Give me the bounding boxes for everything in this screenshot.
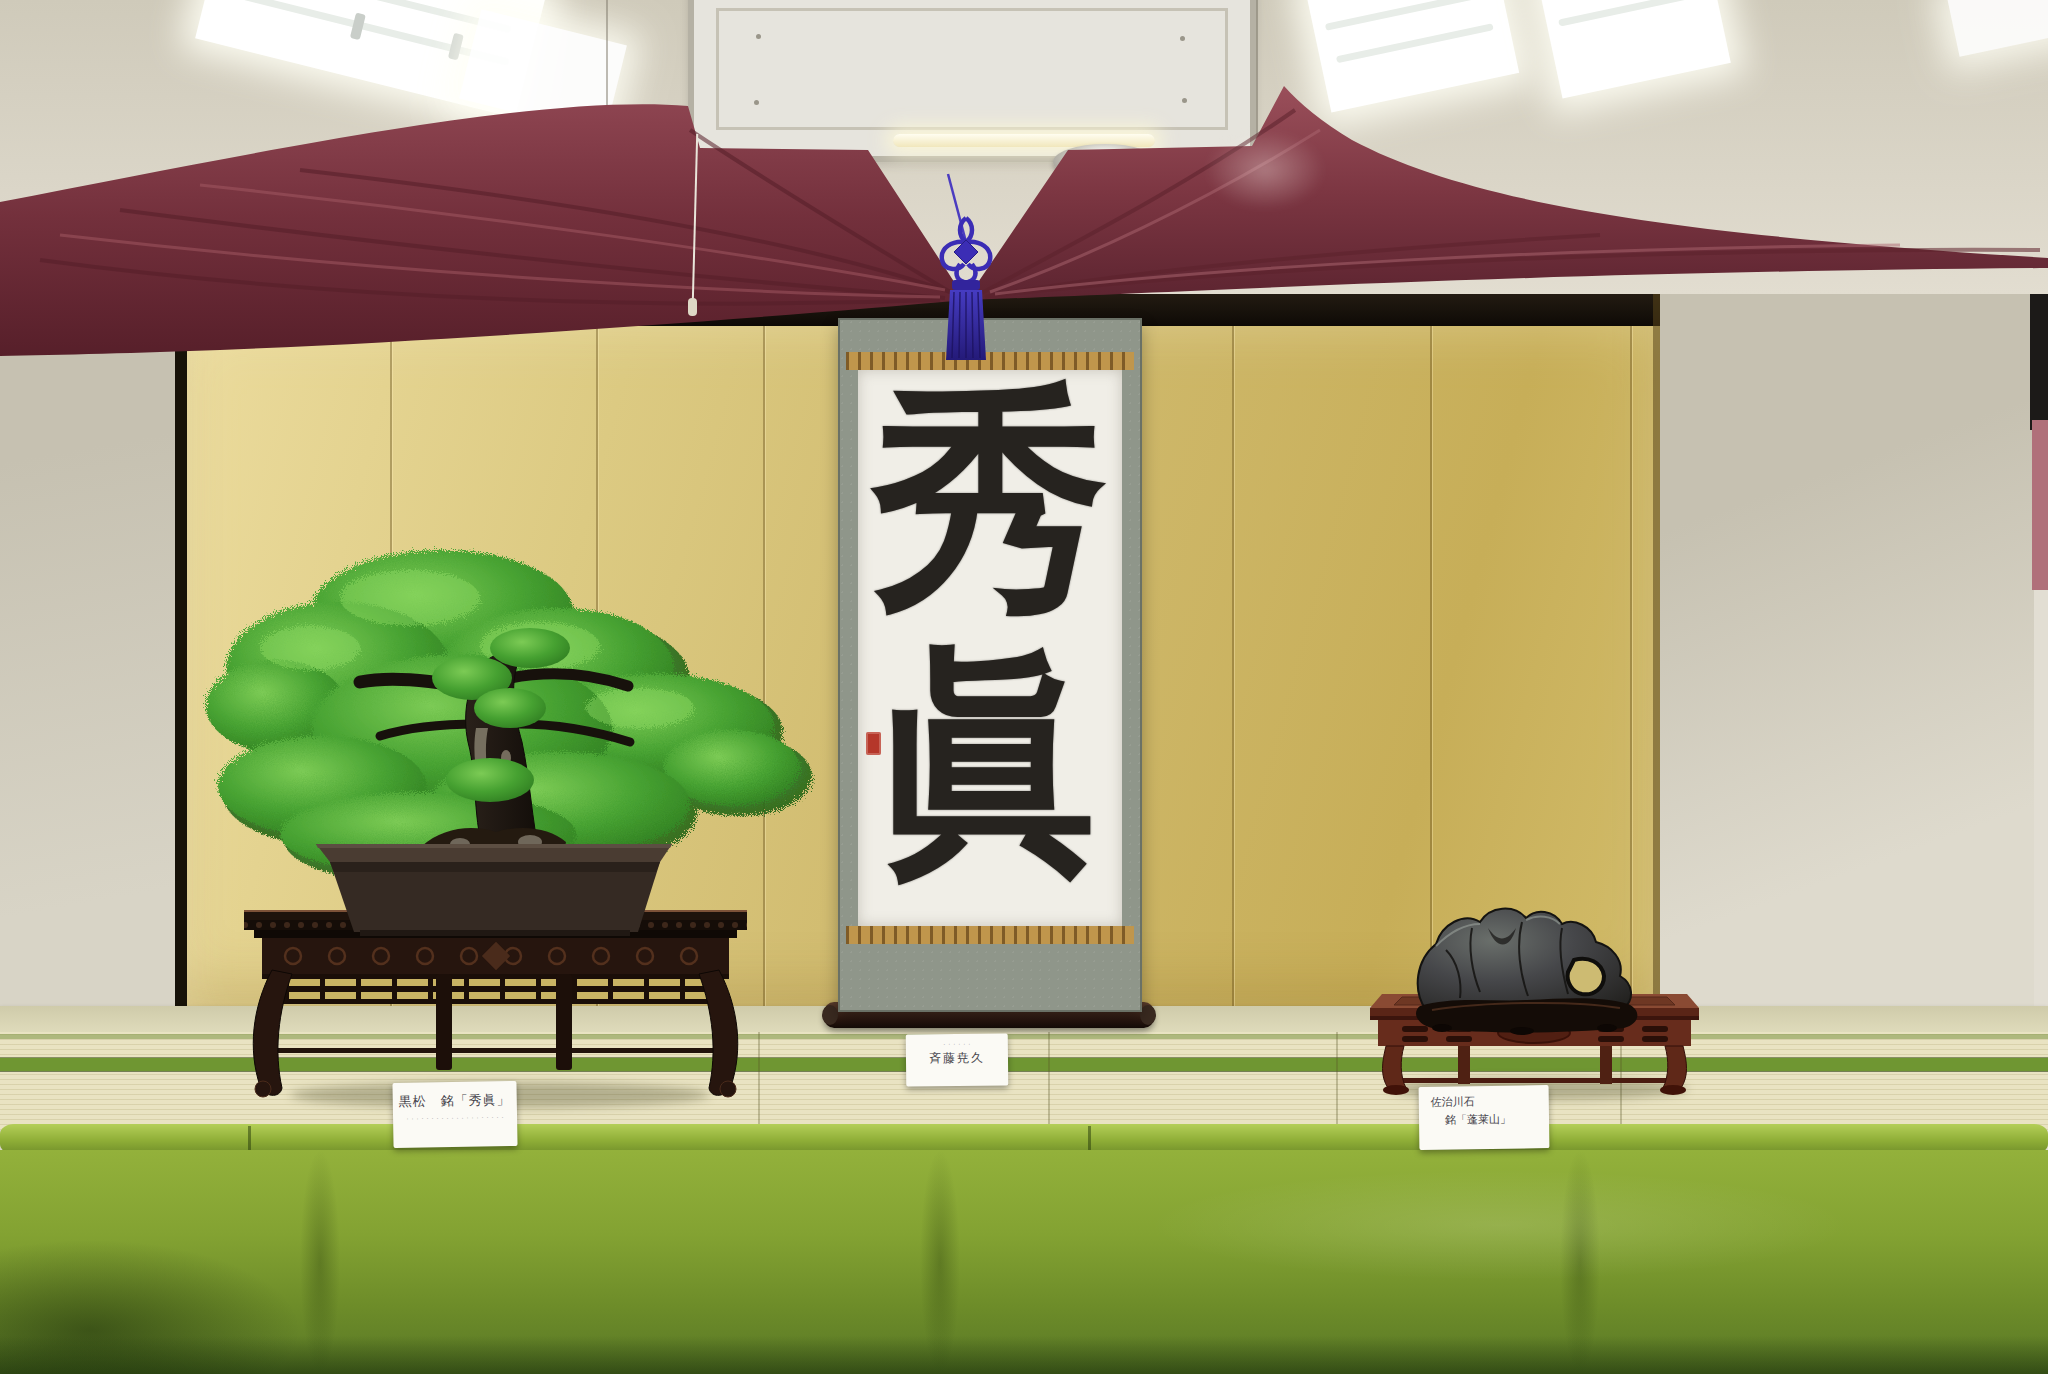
scroll-label-small-line: ・・・・・・ [906,1040,1008,1047]
pull-cord-tassel [688,298,697,316]
cloth-sheen [1150,1170,1850,1280]
tatami-seam [1336,1032,1338,1130]
suiseki-label-card: 佐治川石 銘「蓬莱山」 [1419,1085,1550,1150]
bonsai-black-pine [210,528,810,940]
scroll-label-name: 斉藤尭久 [906,1049,1008,1067]
suiseki-label-line2: 銘「蓬莱山」 [1445,1111,1549,1127]
suiseki-viewing-stone [1402,898,1652,1038]
drape-left-swag [0,104,966,356]
cloth-bottom-shadow [0,1336,2048,1374]
scroll-calligraphy: 秀 眞 [868,380,1112,916]
stone-daiza-base [1416,998,1637,1035]
bonsai-pot [316,844,672,936]
screen-left-frame [175,292,187,1020]
scroll-character-2: 眞 [871,642,1109,880]
stone-body [1418,909,1631,1015]
right-edge-curtain [2032,420,2048,590]
screen-panel-seam [1232,326,1234,1020]
green-front-cloth [0,1150,2048,1374]
table-fretwork [262,974,729,1004]
bonsai-label-text: 黒松 銘「秀眞」 [393,1091,517,1111]
edge-seam [1088,1126,1091,1152]
calligraphy-hanging-scroll: 秀 眞 [838,318,1142,1012]
tassel-cord [948,174,966,242]
drape-light-reflection [1205,130,1325,210]
screen-right-frame [1653,292,1660,1020]
table-apron-carving [262,938,729,974]
purple-agemaki-tassel [926,168,1006,368]
scroll-label-card: ・・・・・・ 斉藤尭久 [906,1033,1009,1086]
bonsai-label-card: 黒松 銘「秀眞」 ・・・・・・・・・・・・・・・・・・・・ [392,1081,517,1148]
scroll-character-1: 秀 [871,380,1109,618]
bonsai-label-fine-print: ・・・・・・・・・・・・・・・・・・・・ [393,1114,517,1122]
bonsai-exhibition-photo: 秀 眞 [0,0,2048,1374]
suiseki-label-line1: 佐治川石 [1431,1093,1549,1110]
roller-end-knob [1140,1005,1156,1025]
roller-end-knob [822,1005,838,1025]
tatami-seam [758,1032,760,1130]
scroll-gold-band-bottom [846,926,1134,944]
scroll-paper: 秀 眞 [858,370,1122,926]
edge-seam [248,1126,251,1152]
maroon-ceremony-drape [0,0,2048,400]
drape-right-swag [966,86,2048,300]
stone-arch-hole [1568,959,1604,995]
tassel-cap [952,280,980,290]
red-seal-stamp [866,732,881,755]
tatami-seam [1048,1032,1050,1130]
